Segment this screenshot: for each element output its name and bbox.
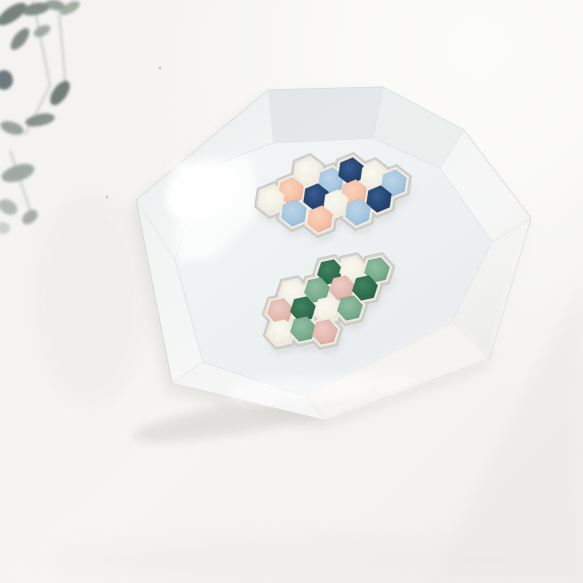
- plate-reflection: [226, 392, 278, 408]
- photo-canvas: [0, 0, 583, 583]
- plate-reflection: [330, 372, 414, 392]
- product-photo: [0, 0, 583, 583]
- plate-facet-top: [268, 87, 383, 143]
